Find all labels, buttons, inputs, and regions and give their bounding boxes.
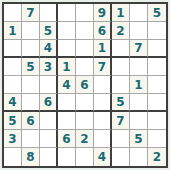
cell-r1c3[interactable] xyxy=(40,4,58,22)
cell-r6c8[interactable] xyxy=(130,94,148,112)
cell-r8c7[interactable] xyxy=(112,130,130,148)
cell-r5c3[interactable] xyxy=(40,76,58,94)
cell-r3c6[interactable]: 1 xyxy=(94,40,112,58)
cell-r2c9[interactable] xyxy=(148,22,166,40)
cell-r2c7[interactable]: 2 xyxy=(112,22,130,40)
cell-r4c1[interactable] xyxy=(4,58,22,76)
cell-r2c4[interactable] xyxy=(58,22,76,40)
cell-r4c3[interactable]: 3 xyxy=(40,58,58,76)
cell-r5c5[interactable]: 6 xyxy=(76,76,94,94)
cell-r7c7[interactable]: 7 xyxy=(112,112,130,130)
cell-r6c5[interactable] xyxy=(76,94,94,112)
cell-r9c3[interactable] xyxy=(40,148,58,166)
cell-r1c9[interactable]: 5 xyxy=(148,4,166,22)
cell-r7c5[interactable] xyxy=(76,112,94,130)
cell-r5c1[interactable] xyxy=(4,76,22,94)
sudoku-board: 7915156241753174614655673625842 xyxy=(2,2,168,168)
cell-r5c6[interactable] xyxy=(94,76,112,94)
cell-r3c7[interactable] xyxy=(112,40,130,58)
cell-r9c5[interactable] xyxy=(76,148,94,166)
cell-r7c1[interactable]: 5 xyxy=(4,112,22,130)
cell-r2c2[interactable] xyxy=(22,22,40,40)
cell-r5c8[interactable]: 1 xyxy=(130,76,148,94)
cell-r9c4[interactable] xyxy=(58,148,76,166)
cell-r2c5[interactable] xyxy=(76,22,94,40)
cell-r3c9[interactable] xyxy=(148,40,166,58)
cell-r5c2[interactable] xyxy=(22,76,40,94)
cell-r8c1[interactable]: 3 xyxy=(4,130,22,148)
cell-r8c2[interactable] xyxy=(22,130,40,148)
cell-r5c9[interactable] xyxy=(148,76,166,94)
cell-r3c4[interactable] xyxy=(58,40,76,58)
cell-r4c4[interactable]: 1 xyxy=(58,58,76,76)
cell-r8c3[interactable] xyxy=(40,130,58,148)
cell-r7c9[interactable] xyxy=(148,112,166,130)
cell-r2c3[interactable]: 5 xyxy=(40,22,58,40)
cell-r1c4[interactable] xyxy=(58,4,76,22)
cell-r3c8[interactable]: 7 xyxy=(130,40,148,58)
cell-r6c9[interactable] xyxy=(148,94,166,112)
cell-r3c2[interactable] xyxy=(22,40,40,58)
cell-r1c1[interactable] xyxy=(4,4,22,22)
cell-r3c5[interactable] xyxy=(76,40,94,58)
cell-r7c6[interactable] xyxy=(94,112,112,130)
cell-r9c7[interactable] xyxy=(112,148,130,166)
cell-r6c7[interactable]: 5 xyxy=(112,94,130,112)
cell-r3c3[interactable]: 4 xyxy=(40,40,58,58)
cell-r1c6[interactable]: 9 xyxy=(94,4,112,22)
cell-r9c9[interactable]: 2 xyxy=(148,148,166,166)
cell-r8c5[interactable]: 2 xyxy=(76,130,94,148)
cell-r9c2[interactable]: 8 xyxy=(22,148,40,166)
cell-r2c6[interactable]: 6 xyxy=(94,22,112,40)
cell-r2c8[interactable] xyxy=(130,22,148,40)
cell-r1c5[interactable] xyxy=(76,4,94,22)
cell-r4c2[interactable]: 5 xyxy=(22,58,40,76)
cell-r6c3[interactable]: 6 xyxy=(40,94,58,112)
cell-r4c6[interactable]: 7 xyxy=(94,58,112,76)
cell-r4c8[interactable] xyxy=(130,58,148,76)
cell-r9c6[interactable]: 4 xyxy=(94,148,112,166)
cell-r6c1[interactable]: 4 xyxy=(4,94,22,112)
cell-r4c9[interactable] xyxy=(148,58,166,76)
cell-r7c2[interactable]: 6 xyxy=(22,112,40,130)
cell-r2c1[interactable]: 1 xyxy=(4,22,22,40)
sudoku-page: 7915156241753174614655673625842 xyxy=(0,0,170,170)
cell-r8c4[interactable]: 6 xyxy=(58,130,76,148)
cell-r1c2[interactable]: 7 xyxy=(22,4,40,22)
cell-r7c8[interactable] xyxy=(130,112,148,130)
cell-r1c7[interactable]: 1 xyxy=(112,4,130,22)
cell-r7c4[interactable] xyxy=(58,112,76,130)
cell-r8c8[interactable]: 5 xyxy=(130,130,148,148)
cell-r8c6[interactable] xyxy=(94,130,112,148)
cell-r5c7[interactable] xyxy=(112,76,130,94)
cell-r3c1[interactable] xyxy=(4,40,22,58)
cell-r9c1[interactable] xyxy=(4,148,22,166)
cell-r5c4[interactable]: 4 xyxy=(58,76,76,94)
cell-r4c5[interactable] xyxy=(76,58,94,76)
cell-r6c6[interactable] xyxy=(94,94,112,112)
cell-r6c4[interactable] xyxy=(58,94,76,112)
cell-r6c2[interactable] xyxy=(22,94,40,112)
cell-r4c7[interactable] xyxy=(112,58,130,76)
cell-r1c8[interactable] xyxy=(130,4,148,22)
cell-r8c9[interactable] xyxy=(148,130,166,148)
cell-r9c8[interactable] xyxy=(130,148,148,166)
cell-r7c3[interactable] xyxy=(40,112,58,130)
